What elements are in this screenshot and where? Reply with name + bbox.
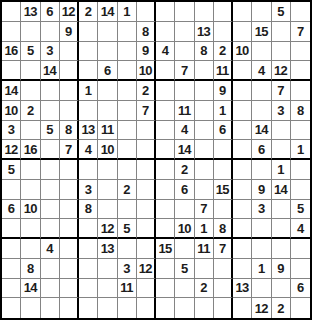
cell-r16c8-empty[interactable] xyxy=(137,298,156,318)
cell-r14c6-empty[interactable] xyxy=(98,259,117,279)
cell-r14c2-given[interactable]: 8 xyxy=(21,259,40,279)
cell-r1c14-empty[interactable] xyxy=(252,2,271,22)
cell-r13c1-empty[interactable] xyxy=(2,239,21,259)
cell-r1c8-empty[interactable] xyxy=(137,2,156,22)
cell-r8c14-given[interactable]: 6 xyxy=(252,140,271,160)
cell-r8c12-empty[interactable] xyxy=(214,140,233,160)
cell-r5c9-empty[interactable] xyxy=(156,81,175,101)
cell-r4c5-empty[interactable] xyxy=(79,61,98,81)
cell-r14c15-given[interactable]: 9 xyxy=(272,259,291,279)
cell-r1c15-given[interactable]: 5 xyxy=(272,2,291,22)
cell-r2c10-empty[interactable] xyxy=(175,22,194,42)
cell-r11c9-empty[interactable] xyxy=(156,200,175,220)
cell-r10c2-empty[interactable] xyxy=(21,180,40,200)
cell-r15c3-empty[interactable] xyxy=(41,279,60,299)
cell-r4c2-empty[interactable] xyxy=(21,61,40,81)
cell-r2c8-given[interactable]: 8 xyxy=(137,22,156,42)
cell-r4c9-empty[interactable] xyxy=(156,61,175,81)
cell-r12c9-empty[interactable] xyxy=(156,219,175,239)
cell-r16c13-empty[interactable] xyxy=(233,298,252,318)
cell-r10c13-empty[interactable] xyxy=(233,180,252,200)
cell-r8c16-given[interactable]: 1 xyxy=(291,140,310,160)
cell-r12c10-given[interactable]: 10 xyxy=(175,219,194,239)
cell-r8c11-empty[interactable] xyxy=(195,140,214,160)
cell-r6c4-empty[interactable] xyxy=(60,101,79,121)
cell-r16c15-given[interactable]: 2 xyxy=(272,298,291,318)
cell-r16c16-empty[interactable] xyxy=(291,298,310,318)
cell-r10c9-empty[interactable] xyxy=(156,180,175,200)
cell-r1c4-given[interactable]: 12 xyxy=(60,2,79,22)
cell-r5c12-given[interactable]: 9 xyxy=(214,81,233,101)
cell-r11c2-given[interactable]: 10 xyxy=(21,200,40,220)
cell-r7c16-empty[interactable] xyxy=(291,121,310,141)
cell-r15c8-empty[interactable] xyxy=(137,279,156,299)
cell-r11c15-empty[interactable] xyxy=(272,200,291,220)
cell-r8c10-given[interactable]: 14 xyxy=(175,140,194,160)
cell-r1c6-given[interactable]: 14 xyxy=(98,2,117,22)
sudoku-page: 1361221415981315716539482101461071141214… xyxy=(0,0,312,320)
cell-r12c16-given[interactable]: 4 xyxy=(291,219,310,239)
cell-r7c2-empty[interactable] xyxy=(21,121,40,141)
cell-r9c16-empty[interactable] xyxy=(291,160,310,180)
cell-r8c5-given[interactable]: 4 xyxy=(79,140,98,160)
cell-r3c5-empty[interactable] xyxy=(79,42,98,62)
cell-r1c16-empty[interactable] xyxy=(291,2,310,22)
cell-r5c16-empty[interactable] xyxy=(291,81,310,101)
cell-r4c10-given[interactable]: 7 xyxy=(175,61,194,81)
cell-r5c6-empty[interactable] xyxy=(98,81,117,101)
cell-r11c10-empty[interactable] xyxy=(175,200,194,220)
cell-r4c7-empty[interactable] xyxy=(118,61,137,81)
cell-r1c3-given[interactable]: 6 xyxy=(41,2,60,22)
cell-r10c14-given[interactable]: 9 xyxy=(252,180,271,200)
cell-r3c16-empty[interactable] xyxy=(291,42,310,62)
cell-r6c2-given[interactable]: 2 xyxy=(21,101,40,121)
cell-r13c8-empty[interactable] xyxy=(137,239,156,259)
cell-r3c8-given[interactable]: 9 xyxy=(137,42,156,62)
cell-r14c8-given[interactable]: 12 xyxy=(137,259,156,279)
cell-r4c8-given[interactable]: 10 xyxy=(137,61,156,81)
cell-r10c15-given[interactable]: 14 xyxy=(272,180,291,200)
cell-r5c4-empty[interactable] xyxy=(60,81,79,101)
cell-r7c10-given[interactable]: 4 xyxy=(175,121,194,141)
cell-r12c3-empty[interactable] xyxy=(41,219,60,239)
cell-r13c16-empty[interactable] xyxy=(291,239,310,259)
cell-r10c3-empty[interactable] xyxy=(41,180,60,200)
cell-r6c7-empty[interactable] xyxy=(118,101,137,121)
cell-r4c13-empty[interactable] xyxy=(233,61,252,81)
cell-r11c11-given[interactable]: 7 xyxy=(195,200,214,220)
cell-r7c9-empty[interactable] xyxy=(156,121,175,141)
cell-r14c1-empty[interactable] xyxy=(2,259,21,279)
cell-r9c7-empty[interactable] xyxy=(118,160,137,180)
cell-r14c14-given[interactable]: 1 xyxy=(252,259,271,279)
cell-r16c11-empty[interactable] xyxy=(195,298,214,318)
cell-r9c2-empty[interactable] xyxy=(21,160,40,180)
cell-r14c11-empty[interactable] xyxy=(195,259,214,279)
cell-r3c4-empty[interactable] xyxy=(60,42,79,62)
cell-r14c4-empty[interactable] xyxy=(60,259,79,279)
cell-r8c3-empty[interactable] xyxy=(41,140,60,160)
cell-r8c15-empty[interactable] xyxy=(272,140,291,160)
cell-r2c11-given[interactable]: 13 xyxy=(195,22,214,42)
cell-r5c15-given[interactable]: 7 xyxy=(272,81,291,101)
cell-r11c14-given[interactable]: 3 xyxy=(252,200,271,220)
sudoku-board: 1361221415981315716539482101461071141214… xyxy=(0,0,312,320)
cell-r15c15-empty[interactable] xyxy=(272,279,291,299)
cell-r3c11-given[interactable]: 8 xyxy=(195,42,214,62)
cell-r13c6-given[interactable]: 13 xyxy=(98,239,117,259)
cell-r14c5-empty[interactable] xyxy=(79,259,98,279)
cell-r12c8-empty[interactable] xyxy=(137,219,156,239)
cell-r12c4-empty[interactable] xyxy=(60,219,79,239)
cell-r6c6-empty[interactable] xyxy=(98,101,117,121)
cell-r12c15-empty[interactable] xyxy=(272,219,291,239)
cell-r7c1-given[interactable]: 3 xyxy=(2,121,21,141)
cell-r3c1-given[interactable]: 16 xyxy=(2,42,21,62)
cell-r9c13-empty[interactable] xyxy=(233,160,252,180)
cell-r8c2-given[interactable]: 16 xyxy=(21,140,40,160)
cell-r14c7-given[interactable]: 3 xyxy=(118,259,137,279)
cell-r5c10-empty[interactable] xyxy=(175,81,194,101)
cell-r6c15-given[interactable]: 3 xyxy=(272,101,291,121)
cell-r5c7-empty[interactable] xyxy=(118,81,137,101)
cell-r15c5-empty[interactable] xyxy=(79,279,98,299)
cell-r7c11-empty[interactable] xyxy=(195,121,214,141)
cell-r6c1-given[interactable]: 10 xyxy=(2,101,21,121)
cell-r14c9-empty[interactable] xyxy=(156,259,175,279)
cell-r1c11-empty[interactable] xyxy=(195,2,214,22)
cell-r5c3-empty[interactable] xyxy=(41,81,60,101)
cell-r4c1-empty[interactable] xyxy=(2,61,21,81)
cell-r16c1-empty[interactable] xyxy=(2,298,21,318)
cell-r1c5-given[interactable]: 2 xyxy=(79,2,98,22)
cell-r16c7-empty[interactable] xyxy=(118,298,137,318)
cell-r2c13-empty[interactable] xyxy=(233,22,252,42)
cell-r2c14-given[interactable]: 15 xyxy=(252,22,271,42)
cell-r15c1-empty[interactable] xyxy=(2,279,21,299)
cell-r13c5-empty[interactable] xyxy=(79,239,98,259)
cell-r1c2-given[interactable]: 13 xyxy=(21,2,40,22)
cell-r9c9-empty[interactable] xyxy=(156,160,175,180)
cell-r2c4-given[interactable]: 9 xyxy=(60,22,79,42)
cell-r15c9-empty[interactable] xyxy=(156,279,175,299)
cell-r10c12-given[interactable]: 15 xyxy=(214,180,233,200)
cell-r12c12-given[interactable]: 8 xyxy=(214,219,233,239)
cell-r16c12-empty[interactable] xyxy=(214,298,233,318)
cell-r2c5-empty[interactable] xyxy=(79,22,98,42)
cell-r8c4-given[interactable]: 7 xyxy=(60,140,79,160)
cell-r4c3-given[interactable]: 14 xyxy=(41,61,60,81)
cell-r5c8-given[interactable]: 2 xyxy=(137,81,156,101)
cell-r9c14-empty[interactable] xyxy=(252,160,271,180)
cell-r9c4-empty[interactable] xyxy=(60,160,79,180)
cell-r2c6-empty[interactable] xyxy=(98,22,117,42)
cell-r3c9-given[interactable]: 4 xyxy=(156,42,175,62)
cell-r9c12-empty[interactable] xyxy=(214,160,233,180)
cell-r6c12-given[interactable]: 1 xyxy=(214,101,233,121)
cell-r16c6-empty[interactable] xyxy=(98,298,117,318)
cell-r13c2-empty[interactable] xyxy=(21,239,40,259)
cell-r7c5-given[interactable]: 13 xyxy=(79,121,98,141)
cell-r11c3-empty[interactable] xyxy=(41,200,60,220)
cell-r13c13-empty[interactable] xyxy=(233,239,252,259)
cell-r10c4-empty[interactable] xyxy=(60,180,79,200)
cell-r15c12-empty[interactable] xyxy=(214,279,233,299)
cell-r14c3-empty[interactable] xyxy=(41,259,60,279)
cell-r6c8-given[interactable]: 7 xyxy=(137,101,156,121)
cell-r9c3-empty[interactable] xyxy=(41,160,60,180)
cell-r12c14-empty[interactable] xyxy=(252,219,271,239)
cell-r13c9-given[interactable]: 15 xyxy=(156,239,175,259)
cell-r2c3-empty[interactable] xyxy=(41,22,60,42)
cell-r9c8-empty[interactable] xyxy=(137,160,156,180)
cell-r2c7-empty[interactable] xyxy=(118,22,137,42)
cell-r10c7-given[interactable]: 2 xyxy=(118,180,137,200)
cell-r5c2-empty[interactable] xyxy=(21,81,40,101)
cell-r14c13-empty[interactable] xyxy=(233,259,252,279)
cell-r16c14-given[interactable]: 12 xyxy=(252,298,271,318)
cell-r12c7-given[interactable]: 5 xyxy=(118,219,137,239)
cell-r14c12-empty[interactable] xyxy=(214,259,233,279)
cell-r14c10-given[interactable]: 5 xyxy=(175,259,194,279)
cell-r4c6-given[interactable]: 6 xyxy=(98,61,117,81)
cell-r2c2-empty[interactable] xyxy=(21,22,40,42)
cell-r6c13-empty[interactable] xyxy=(233,101,252,121)
cell-r7c6-given[interactable]: 11 xyxy=(98,121,117,141)
cell-r16c9-empty[interactable] xyxy=(156,298,175,318)
cell-r9c5-empty[interactable] xyxy=(79,160,98,180)
cell-r1c13-empty[interactable] xyxy=(233,2,252,22)
cell-r10c16-empty[interactable] xyxy=(291,180,310,200)
cell-r9c15-given[interactable]: 1 xyxy=(272,160,291,180)
cell-r7c8-empty[interactable] xyxy=(137,121,156,141)
cell-r13c11-given[interactable]: 11 xyxy=(195,239,214,259)
cell-r2c9-empty[interactable] xyxy=(156,22,175,42)
cell-r4c15-given[interactable]: 12 xyxy=(272,61,291,81)
cell-r4c4-empty[interactable] xyxy=(60,61,79,81)
cell-r15c10-empty[interactable] xyxy=(175,279,194,299)
cell-r12c5-empty[interactable] xyxy=(79,219,98,239)
cell-r9c10-given[interactable]: 2 xyxy=(175,160,194,180)
cell-r15c2-given[interactable]: 14 xyxy=(21,279,40,299)
cell-r8c6-given[interactable]: 10 xyxy=(98,140,117,160)
cell-r2c15-empty[interactable] xyxy=(272,22,291,42)
cell-r7c12-given[interactable]: 6 xyxy=(214,121,233,141)
cell-r5c5-given[interactable]: 1 xyxy=(79,81,98,101)
cell-r15c13-given[interactable]: 13 xyxy=(233,279,252,299)
cell-r3c15-empty[interactable] xyxy=(272,42,291,62)
cell-r3c10-empty[interactable] xyxy=(175,42,194,62)
cell-r15c16-given[interactable]: 6 xyxy=(291,279,310,299)
cell-r1c12-empty[interactable] xyxy=(214,2,233,22)
cell-r12c11-given[interactable]: 1 xyxy=(195,219,214,239)
cell-r15c7-given[interactable]: 11 xyxy=(118,279,137,299)
cell-r1c10-empty[interactable] xyxy=(175,2,194,22)
cell-r10c6-empty[interactable] xyxy=(98,180,117,200)
cell-r7c14-given[interactable]: 14 xyxy=(252,121,271,141)
cell-r13c15-empty[interactable] xyxy=(272,239,291,259)
cell-r15c14-empty[interactable] xyxy=(252,279,271,299)
cell-r3c6-empty[interactable] xyxy=(98,42,117,62)
cell-r10c1-empty[interactable] xyxy=(2,180,21,200)
cell-r12c1-empty[interactable] xyxy=(2,219,21,239)
cell-r3c12-given[interactable]: 2 xyxy=(214,42,233,62)
cell-r1c9-empty[interactable] xyxy=(156,2,175,22)
cell-r2c1-empty[interactable] xyxy=(2,22,21,42)
cell-r11c8-empty[interactable] xyxy=(137,200,156,220)
cell-r13c7-empty[interactable] xyxy=(118,239,137,259)
cell-r5c13-empty[interactable] xyxy=(233,81,252,101)
cell-r9c1-given[interactable]: 5 xyxy=(2,160,21,180)
cell-r6c14-empty[interactable] xyxy=(252,101,271,121)
cell-r13c12-given[interactable]: 7 xyxy=(214,239,233,259)
cell-r13c4-empty[interactable] xyxy=(60,239,79,259)
cell-r8c1-given[interactable]: 12 xyxy=(2,140,21,160)
cell-r6c10-given[interactable]: 11 xyxy=(175,101,194,121)
cell-r11c13-empty[interactable] xyxy=(233,200,252,220)
cell-r11c4-empty[interactable] xyxy=(60,200,79,220)
cell-r3c2-given[interactable]: 5 xyxy=(21,42,40,62)
cell-r4c14-given[interactable]: 4 xyxy=(252,61,271,81)
cell-r15c4-empty[interactable] xyxy=(60,279,79,299)
cell-r11c12-empty[interactable] xyxy=(214,200,233,220)
cell-r12c2-empty[interactable] xyxy=(21,219,40,239)
cell-r5c1-given[interactable]: 14 xyxy=(2,81,21,101)
cell-r16c4-empty[interactable] xyxy=(60,298,79,318)
cell-r11c7-empty[interactable] xyxy=(118,200,137,220)
cell-r2c12-empty[interactable] xyxy=(214,22,233,42)
cell-r3c7-empty[interactable] xyxy=(118,42,137,62)
cell-r4c11-empty[interactable] xyxy=(195,61,214,81)
cell-r5c14-empty[interactable] xyxy=(252,81,271,101)
cell-r5c11-empty[interactable] xyxy=(195,81,214,101)
cell-r16c2-empty[interactable] xyxy=(21,298,40,318)
cell-r6c16-given[interactable]: 8 xyxy=(291,101,310,121)
cell-r10c8-empty[interactable] xyxy=(137,180,156,200)
cell-r16c10-empty[interactable] xyxy=(175,298,194,318)
cell-r8c7-empty[interactable] xyxy=(118,140,137,160)
cell-r11c6-empty[interactable] xyxy=(98,200,117,220)
cell-r6c5-empty[interactable] xyxy=(79,101,98,121)
cell-r10c10-given[interactable]: 6 xyxy=(175,180,194,200)
cell-r15c11-given[interactable]: 2 xyxy=(195,279,214,299)
cell-r14c16-empty[interactable] xyxy=(291,259,310,279)
cell-r16c3-empty[interactable] xyxy=(41,298,60,318)
cell-r3c14-empty[interactable] xyxy=(252,42,271,62)
cell-r6c9-empty[interactable] xyxy=(156,101,175,121)
cell-r7c3-given[interactable]: 5 xyxy=(41,121,60,141)
cell-r2c16-given[interactable]: 7 xyxy=(291,22,310,42)
cell-r1c1-empty[interactable] xyxy=(2,2,21,22)
cell-r12c13-empty[interactable] xyxy=(233,219,252,239)
cell-r11c1-given[interactable]: 6 xyxy=(2,200,21,220)
cell-r13c14-empty[interactable] xyxy=(252,239,271,259)
cell-r6c11-empty[interactable] xyxy=(195,101,214,121)
cell-r4c16-empty[interactable] xyxy=(291,61,310,81)
cell-r13c10-empty[interactable] xyxy=(175,239,194,259)
cell-r12c6-given[interactable]: 12 xyxy=(98,219,117,239)
cell-r16c5-empty[interactable] xyxy=(79,298,98,318)
cell-r4c12-given[interactable]: 11 xyxy=(214,61,233,81)
cell-r7c15-empty[interactable] xyxy=(272,121,291,141)
cell-r7c7-empty[interactable] xyxy=(118,121,137,141)
cell-r13c3-given[interactable]: 4 xyxy=(41,239,60,259)
cell-r1c7-given[interactable]: 1 xyxy=(118,2,137,22)
cell-r3c13-given[interactable]: 10 xyxy=(233,42,252,62)
cell-r8c9-empty[interactable] xyxy=(156,140,175,160)
cell-r8c13-empty[interactable] xyxy=(233,140,252,160)
cell-r7c13-empty[interactable] xyxy=(233,121,252,141)
cell-r9c6-empty[interactable] xyxy=(98,160,117,180)
cell-r10c11-empty[interactable] xyxy=(195,180,214,200)
cell-r11c16-given[interactable]: 5 xyxy=(291,200,310,220)
cell-r7c4-given[interactable]: 8 xyxy=(60,121,79,141)
cell-r9c11-empty[interactable] xyxy=(195,160,214,180)
cell-r8c8-empty[interactable] xyxy=(137,140,156,160)
cell-r3c3-given[interactable]: 3 xyxy=(41,42,60,62)
cell-r6c3-empty[interactable] xyxy=(41,101,60,121)
cell-r10c5-given[interactable]: 3 xyxy=(79,180,98,200)
cell-r11c5-given[interactable]: 8 xyxy=(79,200,98,220)
cell-r15c6-empty[interactable] xyxy=(98,279,117,299)
